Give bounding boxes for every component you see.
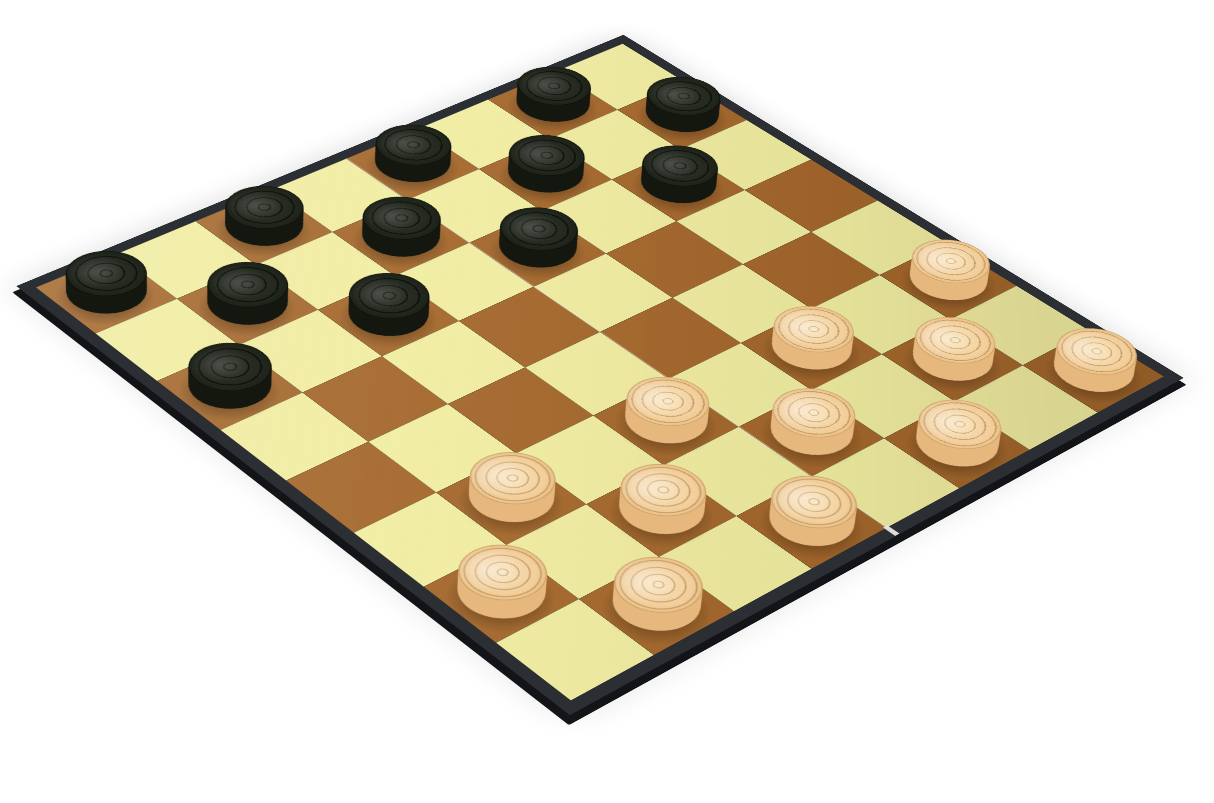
light-piece[interactable] (755, 316, 868, 381)
fold-seam-notch (883, 525, 900, 536)
checkers-board (16, 35, 1183, 715)
board-squares (36, 44, 1164, 701)
product-photo-scene (0, 0, 1214, 803)
